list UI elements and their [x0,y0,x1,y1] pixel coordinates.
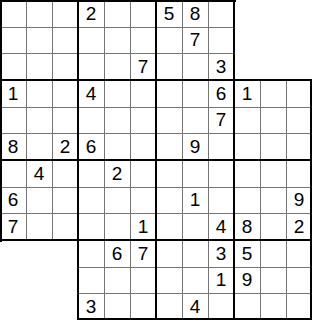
cell-r5c8[interactable] [182,107,208,134]
cell-r1c4: 2 [78,0,104,27]
cell-r1c5[interactable] [104,0,130,27]
cell-r8c5[interactable] [104,187,130,214]
cell-r4c7[interactable] [156,80,182,107]
cell-r9c7[interactable] [156,213,182,240]
cell-r11c11[interactable] [260,267,286,294]
cell-r3c9: 3 [208,53,234,80]
cell-r7c5: 2 [104,160,130,187]
cell-r5c10[interactable] [234,107,260,134]
cell-r5c3[interactable] [52,107,78,134]
cell-r2c9[interactable] [208,27,234,54]
cell-r4c12[interactable] [286,80,312,107]
cell-r7c9[interactable] [208,160,234,187]
cell-r10c5: 6 [104,240,130,267]
cell-r9c12: 2 [286,213,312,240]
cell-r3c5[interactable] [104,53,130,80]
twodoku-board: 258773146178269426197148267351934 [0,0,312,320]
cell-r8c12: 9 [286,187,312,214]
cell-r10c8[interactable] [182,240,208,267]
cell-r8c3[interactable] [52,187,78,214]
cell-r2c3[interactable] [52,27,78,54]
cell-r4c2[interactable] [26,80,52,107]
cell-r4c11[interactable] [260,80,286,107]
cell-r3c7[interactable] [156,53,182,80]
cell-r4c8[interactable] [182,80,208,107]
cell-r10c12[interactable] [286,240,312,267]
cell-r1c9[interactable] [208,0,234,27]
cell-r9c6: 1 [130,213,156,240]
cell-r3c6: 7 [130,53,156,80]
cell-r12c8: 4 [182,293,208,320]
cell-r11c12[interactable] [286,267,312,294]
cell-r9c2[interactable] [26,213,52,240]
cell-r11c5[interactable] [104,267,130,294]
cell-r4c1: 1 [0,80,26,107]
cell-r8c11[interactable] [260,187,286,214]
cell-r12c4: 3 [78,293,104,320]
cell-r2c5[interactable] [104,27,130,54]
cell-r6c4: 6 [78,133,104,160]
cell-r10c11[interactable] [260,240,286,267]
cell-r3c1[interactable] [0,53,26,80]
cell-r5c9: 7 [208,107,234,134]
cell-r5c7[interactable] [156,107,182,134]
cell-r4c6[interactable] [130,80,156,107]
cell-r11c7[interactable] [156,267,182,294]
cell-r6c2[interactable] [26,133,52,160]
cell-r9c3[interactable] [52,213,78,240]
cell-r8c9[interactable] [208,187,234,214]
cell-r12c11[interactable] [260,293,286,320]
cell-r11c4[interactable] [78,267,104,294]
cell-r1c3[interactable] [52,0,78,27]
cell-r8c7[interactable] [156,187,182,214]
cell-r5c11[interactable] [260,107,286,134]
cell-r6c5[interactable] [104,133,130,160]
cell-r7c2: 4 [26,160,52,187]
cell-r2c7[interactable] [156,27,182,54]
cell-r6c1: 8 [0,133,26,160]
cell-r8c6[interactable] [130,187,156,214]
cell-r3c3[interactable] [52,53,78,80]
cell-r7c3[interactable] [52,160,78,187]
cell-r5c6[interactable] [130,107,156,134]
cell-r1c8: 8 [182,0,208,27]
cell-r9c1: 7 [0,213,26,240]
cell-r4c3[interactable] [52,80,78,107]
cell-r8c1: 6 [0,187,26,214]
cell-r11c6[interactable] [130,267,156,294]
cell-r7c4[interactable] [78,160,104,187]
cell-r6c12[interactable] [286,133,312,160]
cell-r4c10: 1 [234,80,260,107]
cell-r7c8[interactable] [182,160,208,187]
cell-r5c2[interactable] [26,107,52,134]
cell-r2c4[interactable] [78,27,104,54]
cell-r11c8[interactable] [182,267,208,294]
cell-r6c8: 9 [182,133,208,160]
cell-r9c11[interactable] [260,213,286,240]
cell-r8c10[interactable] [234,187,260,214]
cell-r8c8: 1 [182,187,208,214]
cell-r4c9: 6 [208,80,234,107]
cell-r6c10[interactable] [234,133,260,160]
cell-r1c2[interactable] [26,0,52,27]
cell-r6c6[interactable] [130,133,156,160]
cell-r7c1[interactable] [0,160,26,187]
cell-r5c5[interactable] [104,107,130,134]
cell-r8c2[interactable] [26,187,52,214]
cell-r2c8: 7 [182,27,208,54]
cell-r12c9[interactable] [208,293,234,320]
cell-r4c5[interactable] [104,80,130,107]
cell-r9c4[interactable] [78,213,104,240]
cell-r10c10: 5 [234,240,260,267]
cell-r4c4: 4 [78,80,104,107]
cell-r11c9: 1 [208,267,234,294]
cell-r7c12[interactable] [286,160,312,187]
cell-r12c5[interactable] [104,293,130,320]
cell-r10c6: 7 [130,240,156,267]
cell-r2c2[interactable] [26,27,52,54]
cell-r2c6[interactable] [130,27,156,54]
cell-r1c7: 5 [156,0,182,27]
cell-r9c9: 4 [208,213,234,240]
cell-r12c7[interactable] [156,293,182,320]
cell-r1c6[interactable] [130,0,156,27]
cell-r8c4[interactable] [78,187,104,214]
cell-r5c4[interactable] [78,107,104,134]
cell-r10c4[interactable] [78,240,104,267]
cell-r11c10: 9 [234,267,260,294]
cell-r2c1[interactable] [0,27,26,54]
cell-r9c10: 8 [234,213,260,240]
cell-r3c8[interactable] [182,53,208,80]
cell-r9c8[interactable] [182,213,208,240]
cell-r3c4[interactable] [78,53,104,80]
cell-r6c3: 2 [52,133,78,160]
cell-r7c7[interactable] [156,160,182,187]
cell-r12c10[interactable] [234,293,260,320]
cell-r12c12[interactable] [286,293,312,320]
cell-r7c10[interactable] [234,160,260,187]
cell-r6c11[interactable] [260,133,286,160]
cell-r9c5[interactable] [104,213,130,240]
cell-r6c9[interactable] [208,133,234,160]
cell-r1c1[interactable] [0,0,26,27]
cell-r12c6[interactable] [130,293,156,320]
cell-r3c2[interactable] [26,53,52,80]
cell-r5c1[interactable] [0,107,26,134]
cell-r6c7[interactable] [156,133,182,160]
cell-r5c12[interactable] [286,107,312,134]
cell-r10c7[interactable] [156,240,182,267]
cell-r7c6[interactable] [130,160,156,187]
cell-r10c9: 3 [208,240,234,267]
cell-r7c11[interactable] [260,160,286,187]
